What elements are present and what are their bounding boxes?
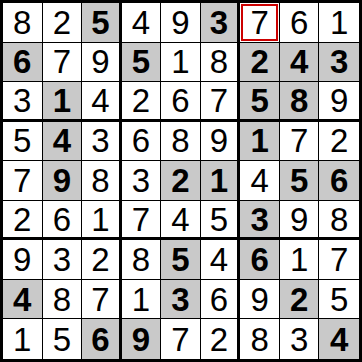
cell-r4c9[interactable]: 2 xyxy=(319,122,359,162)
cell-r3c6[interactable]: 7 xyxy=(201,82,241,122)
cell-r7c3[interactable]: 2 xyxy=(82,240,122,280)
cell-r9c7[interactable]: 8 xyxy=(240,319,280,359)
cell-r2c7[interactable]: 2 xyxy=(240,43,280,83)
cell-r1c7[interactable]: 7 xyxy=(240,3,280,43)
cell-r1c4[interactable]: 4 xyxy=(122,3,162,43)
cell-r8c1[interactable]: 4 xyxy=(3,280,43,320)
cell-r6c2[interactable]: 6 xyxy=(43,201,83,241)
cell-r3c7[interactable]: 5 xyxy=(240,82,280,122)
cell-r3c3[interactable]: 4 xyxy=(82,82,122,122)
cell-r9c5[interactable]: 7 xyxy=(161,319,201,359)
cell-r1c3[interactable]: 5 xyxy=(82,3,122,43)
cell-r1c9[interactable]: 1 xyxy=(319,3,359,43)
cell-r9c1[interactable]: 1 xyxy=(3,319,43,359)
cell-r8c7[interactable]: 9 xyxy=(240,280,280,320)
cell-r1c6[interactable]: 3 xyxy=(201,3,241,43)
cell-r5c7[interactable]: 4 xyxy=(240,161,280,201)
cell-r9c9[interactable]: 4 xyxy=(319,319,359,359)
cell-r7c1[interactable]: 9 xyxy=(3,240,43,280)
cell-r9c8[interactable]: 3 xyxy=(280,319,320,359)
cell-r2c9[interactable]: 3 xyxy=(319,43,359,83)
cell-r6c1[interactable]: 2 xyxy=(3,201,43,241)
cell-r4c3[interactable]: 3 xyxy=(82,122,122,162)
cell-r1c2[interactable]: 2 xyxy=(43,3,83,43)
cell-r3c9[interactable]: 9 xyxy=(319,82,359,122)
cell-r1c5[interactable]: 9 xyxy=(161,3,201,43)
cell-r6c7[interactable]: 3 xyxy=(240,201,280,241)
cell-r1c1[interactable]: 8 xyxy=(3,3,43,43)
cell-r4c7[interactable]: 1 xyxy=(240,122,280,162)
cell-r2c1[interactable]: 6 xyxy=(3,43,43,83)
cell-r8c6[interactable]: 6 xyxy=(201,280,241,320)
cell-r7c7[interactable]: 6 xyxy=(240,240,280,280)
cell-r5c1[interactable]: 7 xyxy=(3,161,43,201)
sudoku-board: 8254937616795182433142675895436891727983… xyxy=(0,0,362,362)
cell-r4c1[interactable]: 5 xyxy=(3,122,43,162)
cell-r5c4[interactable]: 3 xyxy=(122,161,162,201)
cell-r5c6[interactable]: 1 xyxy=(201,161,241,201)
cell-r2c5[interactable]: 1 xyxy=(161,43,201,83)
cell-r3c8[interactable]: 8 xyxy=(280,82,320,122)
cell-r4c8[interactable]: 7 xyxy=(280,122,320,162)
cell-r5c8[interactable]: 5 xyxy=(280,161,320,201)
cell-r6c3[interactable]: 1 xyxy=(82,201,122,241)
cell-r6c9[interactable]: 8 xyxy=(319,201,359,241)
cell-r3c2[interactable]: 1 xyxy=(43,82,83,122)
cell-r9c6[interactable]: 2 xyxy=(201,319,241,359)
cell-r8c9[interactable]: 5 xyxy=(319,280,359,320)
cell-r3c4[interactable]: 2 xyxy=(122,82,162,122)
cell-r4c6[interactable]: 9 xyxy=(201,122,241,162)
cell-r4c5[interactable]: 8 xyxy=(161,122,201,162)
cell-r4c2[interactable]: 4 xyxy=(43,122,83,162)
cell-r8c8[interactable]: 2 xyxy=(280,280,320,320)
cell-r2c4[interactable]: 5 xyxy=(122,43,162,83)
cell-r8c5[interactable]: 3 xyxy=(161,280,201,320)
cell-r9c3[interactable]: 6 xyxy=(82,319,122,359)
cell-r7c2[interactable]: 3 xyxy=(43,240,83,280)
cell-r2c2[interactable]: 7 xyxy=(43,43,83,83)
cell-r6c6[interactable]: 5 xyxy=(201,201,241,241)
cell-r8c3[interactable]: 7 xyxy=(82,280,122,320)
cell-r2c8[interactable]: 4 xyxy=(280,43,320,83)
cell-r6c5[interactable]: 4 xyxy=(161,201,201,241)
cell-r3c1[interactable]: 3 xyxy=(3,82,43,122)
cell-r3c5[interactable]: 6 xyxy=(161,82,201,122)
cell-r5c9[interactable]: 6 xyxy=(319,161,359,201)
cell-r5c5[interactable]: 2 xyxy=(161,161,201,201)
cell-r2c6[interactable]: 8 xyxy=(201,43,241,83)
cell-r6c8[interactable]: 9 xyxy=(280,201,320,241)
cell-r6c4[interactable]: 7 xyxy=(122,201,162,241)
cell-r5c3[interactable]: 8 xyxy=(82,161,122,201)
cell-r8c4[interactable]: 1 xyxy=(122,280,162,320)
cell-r7c5[interactable]: 5 xyxy=(161,240,201,280)
cell-r9c4[interactable]: 9 xyxy=(122,319,162,359)
cell-r7c6[interactable]: 4 xyxy=(201,240,241,280)
cell-r8c2[interactable]: 8 xyxy=(43,280,83,320)
cell-r7c9[interactable]: 7 xyxy=(319,240,359,280)
cell-r2c3[interactable]: 9 xyxy=(82,43,122,83)
cell-r9c2[interactable]: 5 xyxy=(43,319,83,359)
cell-r1c8[interactable]: 6 xyxy=(280,3,320,43)
cell-r5c2[interactable]: 9 xyxy=(43,161,83,201)
cell-r7c8[interactable]: 1 xyxy=(280,240,320,280)
cell-r4c4[interactable]: 6 xyxy=(122,122,162,162)
cell-r7c4[interactable]: 8 xyxy=(122,240,162,280)
